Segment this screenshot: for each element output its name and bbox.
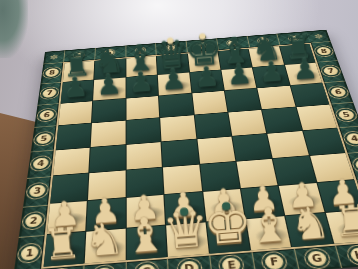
rank-label-3-left: 3 [23, 176, 51, 206]
coordinate-medallion: C [135, 262, 158, 269]
square-e6[interactable] [192, 91, 227, 115]
green-pawn-c7[interactable]: ♟ [128, 69, 155, 97]
rank-label-7-left: 7 [38, 82, 62, 105]
square-f6[interactable] [225, 88, 262, 112]
coordinate-medallion: 6 [327, 86, 349, 99]
coordinate-medallion: 1 [18, 243, 42, 263]
file-label-f-bottom: F [251, 249, 298, 269]
square-h5[interactable] [296, 105, 337, 130]
square-g6[interactable] [258, 86, 296, 110]
green-pawn-g7[interactable]: ♟ [259, 58, 286, 86]
rank-label-5-left: 5 [31, 126, 57, 152]
square-f4[interactable] [232, 133, 272, 160]
green-pawn-e7[interactable]: ♟ [193, 63, 220, 91]
white-knight-g1[interactable]: ♞ [289, 201, 332, 246]
green-pawn-a7[interactable]: ♟ [62, 74, 89, 102]
square-d4[interactable] [162, 139, 199, 167]
white-queen-d1[interactable]: ♛ [161, 204, 211, 257]
square-f1[interactable]: ♝ [246, 216, 291, 251]
square-d5[interactable] [160, 115, 196, 141]
cream-finial [199, 33, 206, 40]
green-finial [222, 202, 231, 211]
coordinate-medallion: 4 [343, 132, 358, 147]
square-e4[interactable] [197, 136, 235, 163]
green-pawn-h7[interactable]: ♟ [291, 56, 318, 84]
square-g5[interactable] [262, 107, 301, 132]
square-h7[interactable]: ♟ [285, 63, 322, 85]
coordinate-medallion: B [92, 265, 115, 269]
square-b5[interactable] [91, 121, 125, 147]
square-c6[interactable] [126, 96, 159, 120]
coordinate-medallion: 7 [40, 87, 59, 100]
square-f7[interactable]: ♟ [221, 68, 256, 90]
perspective-wrapper: ♜♞♝♛♚♝♞♜♟♟♟♟♟♟♟♟♟♟♟♟♟♟♟♟♜♞♝♛♚♝♞♜ AA88BB7… [18, 0, 358, 269]
square-e1[interactable]: ♚ [206, 219, 250, 254]
square-b7[interactable]: ♟ [93, 78, 125, 101]
white-bishop-c1[interactable]: ♝ [122, 211, 167, 259]
rank-label-8-left: 8 [41, 62, 64, 83]
square-g7[interactable]: ♟ [253, 65, 289, 87]
photo-scene: ♜♞♝♛♚♝♞♜♟♟♟♟♟♟♟♟♟♟♟♟♟♟♟♟♜♞♝♛♚♝♞♜ AA88BB7… [0, 0, 358, 269]
rank-label-1-left: 1 [14, 235, 45, 269]
square-e7[interactable]: ♟ [190, 70, 224, 92]
white-rook-h1[interactable]: ♜ [332, 200, 358, 243]
square-a1[interactable]: ♜ [44, 231, 86, 266]
rank-label-6-left: 6 [34, 103, 59, 127]
coordinate-medallion: D [177, 258, 201, 269]
file-label-d-bottom: D [167, 256, 212, 269]
square-d7[interactable]: ♟ [158, 73, 191, 95]
square-c1[interactable]: ♝ [127, 225, 167, 260]
white-knight-b1[interactable]: ♞ [82, 217, 125, 262]
square-a7[interactable]: ♟ [61, 80, 94, 103]
green-finial [180, 207, 189, 216]
coordinate-medallion: F [261, 252, 287, 269]
square-c7[interactable]: ♟ [126, 75, 158, 98]
coordinate-medallion: 5 [335, 108, 358, 122]
square-d1[interactable]: ♛ [166, 222, 208, 257]
white-rook-a1[interactable]: ♜ [42, 223, 83, 266]
coordinate-medallion: 5 [34, 131, 54, 145]
white-bishop-f1[interactable]: ♝ [246, 202, 291, 250]
coordinate-medallion: 6 [37, 108, 56, 121]
square-a4[interactable] [53, 147, 90, 175]
square-c4[interactable] [126, 142, 162, 170]
square-h6[interactable] [290, 83, 329, 107]
chess-board: ♜♞♝♛♚♝♞♜♟♟♟♟♟♟♟♟♟♟♟♟♟♟♟♟♜♞♝♛♚♝♞♜ AA88BB7… [11, 30, 358, 269]
rank-label-4-left: 4 [27, 150, 54, 178]
board-grid: ♜♞♝♛♚♝♞♜♟♟♟♟♟♟♟♟♟♟♟♟♟♟♟♟♜♞♝♛♚♝♞♜ [41, 43, 358, 269]
file-label-g-bottom: G [293, 246, 341, 269]
coordinate-medallion: G [303, 248, 330, 268]
coordinate-medallion: 3 [26, 183, 48, 200]
square-b1[interactable]: ♞ [85, 228, 125, 263]
square-g1[interactable]: ♞ [286, 213, 333, 247]
coordinate-medallion: E [219, 255, 244, 269]
square-a6[interactable] [58, 101, 92, 125]
square-g4[interactable] [267, 131, 308, 158]
coordinate-medallion: 8 [314, 46, 334, 57]
square-b6[interactable] [92, 99, 125, 123]
square-a5[interactable] [56, 123, 91, 149]
camera-tilt-wrapper: ♜♞♝♛♚♝♞♜♟♟♟♟♟♟♟♟♟♟♟♟♟♟♟♟♜♞♝♛♚♝♞♜ AA88BB7… [0, 0, 358, 269]
square-c5[interactable] [126, 118, 160, 144]
square-h4[interactable] [303, 128, 345, 155]
cream-finial [167, 37, 174, 44]
square-e5[interactable] [194, 113, 231, 139]
green-pawn-d7[interactable]: ♟ [160, 66, 187, 94]
coordinate-medallion: 4 [30, 156, 51, 171]
coordinate-medallion: 7 [320, 65, 341, 77]
square-b4[interactable] [90, 145, 126, 173]
green-pawn-b7[interactable]: ♟ [95, 71, 122, 99]
coordinate-medallion: 8 [43, 67, 61, 79]
coordinate-medallion: H [346, 245, 358, 265]
square-d6[interactable] [159, 93, 193, 117]
square-f5[interactable] [228, 110, 266, 135]
green-pawn-f7[interactable]: ♟ [226, 61, 253, 89]
